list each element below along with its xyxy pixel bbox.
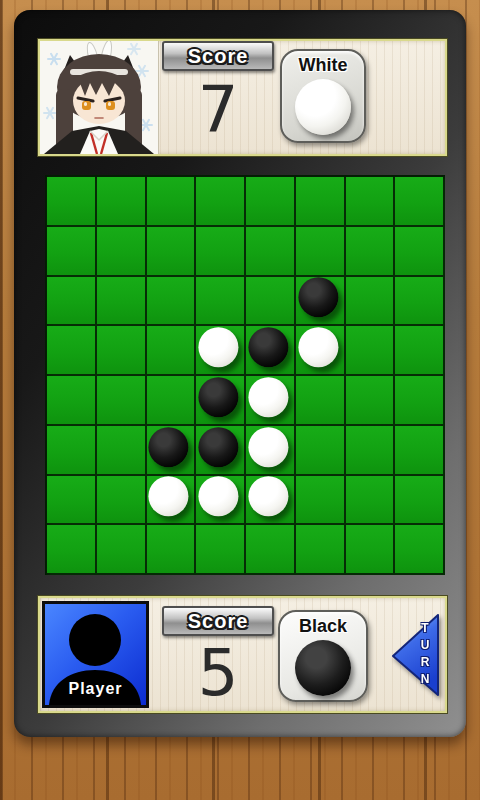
board-cell-g1[interactable] bbox=[346, 177, 394, 225]
opponent-panel: Score 7 White bbox=[38, 39, 447, 156]
board-cell-f1[interactable] bbox=[296, 177, 344, 225]
board-cell-g6[interactable] bbox=[346, 426, 394, 474]
white-disc bbox=[199, 327, 239, 367]
black-disc bbox=[199, 377, 239, 417]
board-cell-d8[interactable] bbox=[196, 525, 244, 573]
board-cell-b4[interactable] bbox=[97, 326, 145, 374]
black-side-indicator: Black bbox=[278, 610, 368, 702]
board-cell-b8[interactable] bbox=[97, 525, 145, 573]
board-cell-e2[interactable] bbox=[246, 227, 294, 275]
board-cell-h6[interactable] bbox=[395, 426, 443, 474]
opponent-avatar bbox=[40, 41, 159, 154]
board-cell-f4[interactable] bbox=[296, 326, 344, 374]
board-cell-f2[interactable] bbox=[296, 227, 344, 275]
turn-label: TURN bbox=[416, 619, 434, 691]
opponent-score-box: Score bbox=[162, 41, 274, 71]
board-cell-f3[interactable] bbox=[296, 277, 344, 325]
board-cell-g2[interactable] bbox=[346, 227, 394, 275]
board-cell-a4[interactable] bbox=[47, 326, 95, 374]
board-cell-e8[interactable] bbox=[246, 525, 294, 573]
opponent-score-label: Score bbox=[188, 45, 249, 68]
board bbox=[45, 175, 445, 575]
player-avatar: Player bbox=[42, 601, 149, 708]
board-cell-d5[interactable] bbox=[196, 376, 244, 424]
board-cell-c1[interactable] bbox=[147, 177, 195, 225]
board-cell-b7[interactable] bbox=[97, 476, 145, 524]
board-cell-e5[interactable] bbox=[246, 376, 294, 424]
black-disc bbox=[149, 427, 189, 467]
board-cell-a6[interactable] bbox=[47, 426, 95, 474]
board-cell-e7[interactable] bbox=[246, 476, 294, 524]
player-name-label: Player bbox=[45, 680, 146, 698]
board-cell-c3[interactable] bbox=[147, 277, 195, 325]
board-cell-f6[interactable] bbox=[296, 426, 344, 474]
opponent-score-value: 7 bbox=[162, 69, 274, 151]
app-screen: Score 7 White Player Score 5 Black bbox=[0, 0, 480, 800]
board-cell-d6[interactable] bbox=[196, 426, 244, 474]
board-cell-g3[interactable] bbox=[346, 277, 394, 325]
board-cell-b6[interactable] bbox=[97, 426, 145, 474]
black-disc bbox=[248, 327, 288, 367]
board-cell-b3[interactable] bbox=[97, 277, 145, 325]
white-disc bbox=[149, 477, 189, 517]
black-side-label: Black bbox=[299, 616, 347, 637]
player-score-label: Score bbox=[188, 610, 249, 633]
white-disc bbox=[248, 427, 288, 467]
board-cell-g8[interactable] bbox=[346, 525, 394, 573]
board-cell-f7[interactable] bbox=[296, 476, 344, 524]
board-cell-d7[interactable] bbox=[196, 476, 244, 524]
board-cell-d3[interactable] bbox=[196, 277, 244, 325]
board-cell-d1[interactable] bbox=[196, 177, 244, 225]
board-cell-c5[interactable] bbox=[147, 376, 195, 424]
board-cell-c2[interactable] bbox=[147, 227, 195, 275]
board-cell-b5[interactable] bbox=[97, 376, 145, 424]
board-cell-g7[interactable] bbox=[346, 476, 394, 524]
player-score-value: 5 bbox=[162, 632, 274, 714]
board-cell-e6[interactable] bbox=[246, 426, 294, 474]
board-cell-e1[interactable] bbox=[246, 177, 294, 225]
board-cell-e4[interactable] bbox=[246, 326, 294, 374]
player-panel: Player Score 5 Black TURN bbox=[38, 596, 447, 713]
white-disc bbox=[298, 327, 338, 367]
board-cell-h7[interactable] bbox=[395, 476, 443, 524]
board-cell-g4[interactable] bbox=[346, 326, 394, 374]
board-cell-d2[interactable] bbox=[196, 227, 244, 275]
board-cell-h1[interactable] bbox=[395, 177, 443, 225]
board-cell-h8[interactable] bbox=[395, 525, 443, 573]
board-cell-e3[interactable] bbox=[246, 277, 294, 325]
board-cell-f5[interactable] bbox=[296, 376, 344, 424]
board-cell-a1[interactable] bbox=[47, 177, 95, 225]
board-cell-a8[interactable] bbox=[47, 525, 95, 573]
board-cell-a2[interactable] bbox=[47, 227, 95, 275]
board-cell-g5[interactable] bbox=[346, 376, 394, 424]
board-cell-b1[interactable] bbox=[97, 177, 145, 225]
white-disc-icon bbox=[295, 79, 351, 135]
board-cell-a3[interactable] bbox=[47, 277, 95, 325]
board-cell-c4[interactable] bbox=[147, 326, 195, 374]
white-side-label: White bbox=[299, 55, 348, 76]
board-cell-c8[interactable] bbox=[147, 525, 195, 573]
board-cell-h4[interactable] bbox=[395, 326, 443, 374]
white-disc bbox=[248, 377, 288, 417]
white-side-indicator: White bbox=[280, 49, 366, 143]
black-disc-icon bbox=[295, 640, 351, 696]
board-cell-d4[interactable] bbox=[196, 326, 244, 374]
black-disc bbox=[199, 427, 239, 467]
board-cell-a5[interactable] bbox=[47, 376, 95, 424]
turn-indicator: TURN bbox=[391, 612, 441, 698]
board-cell-a7[interactable] bbox=[47, 476, 95, 524]
white-disc bbox=[199, 477, 239, 517]
board-cell-c6[interactable] bbox=[147, 426, 195, 474]
white-disc bbox=[248, 477, 288, 517]
board-cell-c7[interactable] bbox=[147, 476, 195, 524]
board-cell-f8[interactable] bbox=[296, 525, 344, 573]
board-cell-h5[interactable] bbox=[395, 376, 443, 424]
board-cell-h3[interactable] bbox=[395, 277, 443, 325]
board-cell-b2[interactable] bbox=[97, 227, 145, 275]
board-cell-h2[interactable] bbox=[395, 227, 443, 275]
anime-girl-avatar-image bbox=[40, 41, 159, 154]
black-disc bbox=[298, 278, 338, 318]
